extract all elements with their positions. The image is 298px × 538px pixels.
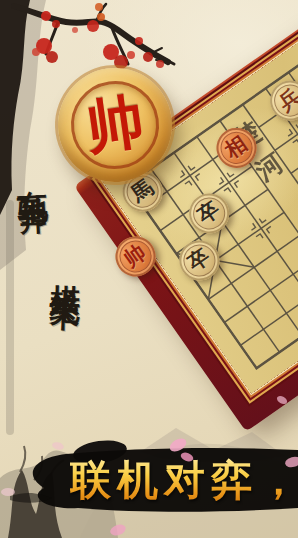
hero-general-glyph: 帅 — [82, 92, 148, 158]
xiangqi-piece-卒: 卒 — [181, 186, 237, 242]
xiangqi-piece-兵: 兵 — [262, 73, 298, 129]
splash-screen: 楚 河 相馬卒卒帅兵 帅 车驰马奔 棋术绝天下 联机对弈， — [0, 0, 298, 538]
xiangqi-piece-卒: 卒 — [172, 233, 228, 289]
banner-text: 联机对弈， — [70, 453, 298, 508]
calligraphy-column-2: 棋术绝天下 — [45, 259, 87, 285]
online-play-banner[interactable]: 联机对弈， — [0, 438, 298, 538]
xiangqi-piece-相: 相 — [209, 120, 265, 176]
calligraphy-column-1: 车驰马奔 — [10, 165, 52, 187]
